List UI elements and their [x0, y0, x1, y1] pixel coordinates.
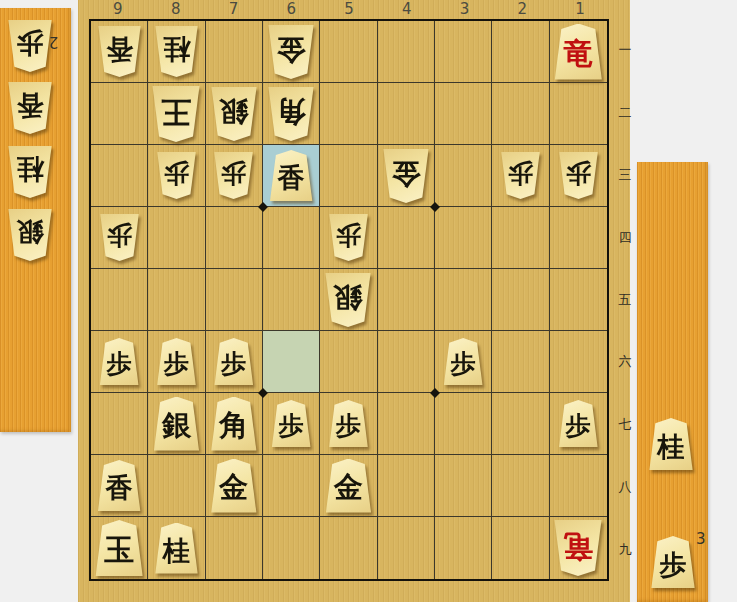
square-4-1[interactable]: [378, 21, 435, 83]
square-5-2[interactable]: [320, 83, 377, 145]
piece-kanji: 歩: [336, 409, 361, 438]
file-label-5: 5: [320, 1, 378, 18]
square-7-6[interactable]: 歩: [206, 331, 263, 393]
square-5-3[interactable]: [320, 145, 377, 207]
square-7-3[interactable]: 歩: [206, 145, 263, 207]
shogi-board-panel: 987654321 一二三四五六七八九 香桂金竜王銀角歩歩香金歩歩歩歩銀歩歩歩歩…: [78, 0, 630, 602]
square-1-1[interactable]: 竜: [550, 21, 607, 83]
square-4-8[interactable]: [378, 455, 435, 517]
gote-hand-香[interactable]: 香: [7, 82, 53, 134]
square-3-7[interactable]: [435, 393, 492, 455]
square-8-5[interactable]: [148, 269, 205, 331]
sente-piece-香[interactable]: 香: [269, 150, 314, 201]
rank-label-1: 一: [613, 19, 637, 81]
sente-hand-歩[interactable]: 歩3: [650, 536, 696, 588]
square-5-5[interactable]: 銀: [320, 269, 377, 331]
square-8-4[interactable]: [148, 207, 205, 269]
piece-kanji: 金: [277, 35, 306, 68]
rank-label-3: 三: [613, 144, 637, 206]
piece-kanji: 金: [391, 159, 420, 192]
square-5-9[interactable]: [320, 517, 377, 579]
square-4-9[interactable]: [378, 517, 435, 579]
sente-piece-角[interactable]: 角: [210, 397, 258, 451]
square-9-5[interactable]: [91, 269, 148, 331]
piece-kanji: 桂: [17, 156, 44, 187]
square-9-3[interactable]: [91, 145, 148, 207]
sente-piece-歩[interactable]: 歩: [156, 338, 197, 385]
sente-piece-香[interactable]: 香: [97, 460, 142, 511]
piece-kanji: 歩: [566, 409, 591, 438]
square-8-7[interactable]: 銀: [148, 393, 205, 455]
piece-kanji: 桂: [163, 36, 190, 67]
captured-count: 3: [696, 530, 706, 548]
gote-piece-金[interactable]: 金: [267, 25, 315, 79]
gote-piece-金[interactable]: 金: [382, 149, 430, 203]
square-3-2[interactable]: [435, 83, 492, 145]
square-6-4[interactable]: [263, 207, 320, 269]
square-2-3[interactable]: 歩: [492, 145, 549, 207]
square-7-2[interactable]: 銀: [206, 83, 263, 145]
sente-piece-歩[interactable]: 歩: [213, 338, 254, 385]
square-7-9[interactable]: [206, 517, 263, 579]
gote-piece-歩[interactable]: 歩: [500, 152, 541, 199]
square-6-1[interactable]: 金: [263, 21, 320, 83]
gote-piece-歩[interactable]: 歩: [156, 152, 197, 199]
piece-kanji: 玉: [104, 531, 134, 566]
gote-hand-桂[interactable]: 桂: [7, 146, 53, 198]
square-9-8[interactable]: 香: [91, 455, 148, 517]
piece-kanji: 歩: [451, 347, 476, 376]
gote-piece-銀[interactable]: 銀: [7, 209, 53, 261]
sente-piece-歩[interactable]: 歩: [443, 338, 484, 385]
file-label-4: 4: [378, 1, 436, 18]
piece-kanji: 歩: [508, 161, 533, 190]
piece-kanji: 歩: [279, 409, 304, 438]
gote-hand-歩[interactable]: 歩2: [7, 20, 53, 72]
gote-piece-角[interactable]: 角: [267, 87, 315, 141]
square-1-2[interactable]: [550, 83, 607, 145]
piece-kanji: 歩: [164, 347, 189, 376]
square-6-2[interactable]: 角: [263, 83, 320, 145]
square-1-4[interactable]: [550, 207, 607, 269]
sente-piece-歩[interactable]: 歩: [650, 536, 696, 588]
piece-kanji: 歩: [566, 161, 591, 190]
square-7-1[interactable]: [206, 21, 263, 83]
sente-piece-竜[interactable]: 竜: [553, 24, 603, 80]
gote-piece-竜[interactable]: 竜: [553, 520, 603, 576]
square-2-1[interactable]: [492, 21, 549, 83]
square-3-8[interactable]: [435, 455, 492, 517]
gote-piece-桂[interactable]: 桂: [154, 26, 199, 77]
gote-piece-歩[interactable]: 歩: [558, 152, 599, 199]
square-2-8[interactable]: [492, 455, 549, 517]
piece-kanji: 香: [106, 470, 133, 501]
square-7-7[interactable]: 角: [206, 393, 263, 455]
file-label-8: 8: [147, 1, 205, 18]
square-1-5[interactable]: [550, 269, 607, 331]
square-3-4[interactable]: [435, 207, 492, 269]
piece-kanji: 竜: [563, 531, 593, 566]
rank-label-2: 二: [613, 81, 637, 143]
sente-piece-歩[interactable]: 歩: [271, 400, 312, 447]
piece-kanji: 香: [278, 160, 305, 191]
square-6-6[interactable]: [263, 331, 320, 393]
piece-kanji: 角: [277, 97, 306, 130]
piece-kanji: 歩: [221, 347, 246, 376]
sente-piece-銀[interactable]: 銀: [152, 397, 200, 451]
square-2-7[interactable]: [492, 393, 549, 455]
captured-count: 2: [49, 33, 59, 51]
square-7-8[interactable]: 金: [206, 455, 263, 517]
file-labels: 987654321: [89, 1, 609, 18]
square-7-4[interactable]: [206, 207, 263, 269]
rank-label-5: 五: [613, 269, 637, 331]
square-3-1[interactable]: [435, 21, 492, 83]
square-2-4[interactable]: [492, 207, 549, 269]
piece-kanji: 竜: [563, 34, 593, 69]
square-4-4[interactable]: [378, 207, 435, 269]
square-8-8[interactable]: [148, 455, 205, 517]
square-5-6[interactable]: [320, 331, 377, 393]
rank-label-8: 八: [613, 456, 637, 518]
sente-piece-桂[interactable]: 桂: [154, 523, 199, 574]
square-8-1[interactable]: 桂: [148, 21, 205, 83]
file-label-9: 9: [89, 1, 147, 18]
piece-kanji: 歩: [107, 223, 132, 252]
square-5-8[interactable]: 金: [320, 455, 377, 517]
square-1-3[interactable]: 歩: [550, 145, 607, 207]
file-label-1: 1: [551, 1, 609, 18]
rank-label-6: 六: [613, 331, 637, 393]
square-6-7[interactable]: 歩: [263, 393, 320, 455]
square-2-5[interactable]: [492, 269, 549, 331]
sente-piece-金[interactable]: 金: [324, 459, 372, 513]
sente-piece-歩[interactable]: 歩: [328, 400, 369, 447]
piece-kanji: 歩: [221, 161, 246, 190]
board-grid: 香桂金竜王銀角歩歩香金歩歩歩歩銀歩歩歩歩銀角歩歩歩香金金玉桂竜: [89, 19, 609, 581]
square-5-4[interactable]: 歩: [320, 207, 377, 269]
sente-piece-歩[interactable]: 歩: [558, 400, 599, 447]
square-9-9[interactable]: 玉: [91, 517, 148, 579]
square-4-3[interactable]: 金: [378, 145, 435, 207]
piece-kanji: 歩: [164, 161, 189, 190]
square-5-7[interactable]: 歩: [320, 393, 377, 455]
square-8-6[interactable]: 歩: [148, 331, 205, 393]
square-3-5[interactable]: [435, 269, 492, 331]
gote-piece-桂[interactable]: 桂: [7, 146, 53, 198]
piece-kanji: 王: [161, 96, 191, 131]
piece-kanji: 桂: [163, 532, 190, 563]
gote-piece-歩[interactable]: 歩: [99, 214, 140, 261]
square-3-9[interactable]: [435, 517, 492, 579]
square-9-7[interactable]: [91, 393, 148, 455]
sente-piece-玉[interactable]: 玉: [94, 520, 144, 576]
square-1-9[interactable]: 竜: [550, 517, 607, 579]
piece-kanji: 銀: [334, 283, 363, 316]
rank-label-9: 九: [613, 519, 637, 581]
square-8-2[interactable]: 王: [148, 83, 205, 145]
piece-kanji: 銀: [219, 97, 248, 130]
square-3-6[interactable]: 歩: [435, 331, 492, 393]
square-3-3[interactable]: [435, 145, 492, 207]
gote-piece-歩[interactable]: 歩: [7, 20, 53, 72]
square-1-8[interactable]: [550, 455, 607, 517]
square-5-1[interactable]: [320, 21, 377, 83]
square-2-2[interactable]: [492, 83, 549, 145]
file-label-3: 3: [436, 1, 494, 18]
square-9-4[interactable]: 歩: [91, 207, 148, 269]
piece-kanji: 金: [334, 469, 363, 502]
sente-hand-tray: 桂歩3: [637, 162, 708, 602]
file-label-6: 6: [262, 1, 320, 18]
square-6-9[interactable]: [263, 517, 320, 579]
square-6-8[interactable]: [263, 455, 320, 517]
square-9-6[interactable]: 歩: [91, 331, 148, 393]
piece-kanji: 金: [219, 469, 248, 502]
gote-piece-銀[interactable]: 銀: [210, 87, 258, 141]
gote-piece-王[interactable]: 王: [151, 86, 201, 142]
piece-kanji: 香: [17, 92, 44, 123]
gote-piece-香[interactable]: 香: [97, 26, 142, 77]
sente-hand-桂[interactable]: 桂: [648, 418, 694, 470]
square-7-5[interactable]: [206, 269, 263, 331]
piece-kanji: 角: [219, 407, 248, 440]
piece-kanji: 歩: [107, 347, 132, 376]
square-4-6[interactable]: [378, 331, 435, 393]
piece-kanji: 歩: [17, 30, 44, 61]
square-9-1[interactable]: 香: [91, 21, 148, 83]
square-8-3[interactable]: 歩: [148, 145, 205, 207]
square-2-6[interactable]: [492, 331, 549, 393]
gote-hand-tray: 歩2香桂銀: [0, 8, 71, 432]
sente-piece-歩[interactable]: 歩: [99, 338, 140, 385]
square-1-7[interactable]: 歩: [550, 393, 607, 455]
piece-kanji: 銀: [162, 407, 191, 440]
file-label-2: 2: [493, 1, 551, 18]
piece-kanji: 歩: [660, 546, 687, 577]
gote-hand-銀[interactable]: 銀: [7, 209, 53, 261]
rank-label-4: 四: [613, 206, 637, 268]
file-label-7: 7: [205, 1, 263, 18]
gote-piece-歩[interactable]: 歩: [213, 152, 254, 199]
square-6-3[interactable]: 香: [263, 145, 320, 207]
square-9-2[interactable]: [91, 83, 148, 145]
gote-piece-歩[interactable]: 歩: [328, 214, 369, 261]
square-6-5[interactable]: [263, 269, 320, 331]
square-8-9[interactable]: 桂: [148, 517, 205, 579]
rank-labels: 一二三四五六七八九: [613, 19, 637, 581]
gote-piece-香[interactable]: 香: [7, 82, 53, 134]
sente-piece-桂[interactable]: 桂: [648, 418, 694, 470]
rank-label-7: 七: [613, 394, 637, 456]
piece-kanji: 歩: [336, 223, 361, 252]
square-2-9[interactable]: [492, 517, 549, 579]
sente-piece-金[interactable]: 金: [210, 459, 258, 513]
gote-piece-銀[interactable]: 銀: [324, 273, 372, 327]
square-4-5[interactable]: [378, 269, 435, 331]
piece-kanji: 桂: [658, 428, 685, 459]
square-4-7[interactable]: [378, 393, 435, 455]
square-4-2[interactable]: [378, 83, 435, 145]
piece-kanji: 香: [106, 36, 133, 67]
piece-kanji: 銀: [17, 219, 44, 250]
square-1-6[interactable]: [550, 331, 607, 393]
